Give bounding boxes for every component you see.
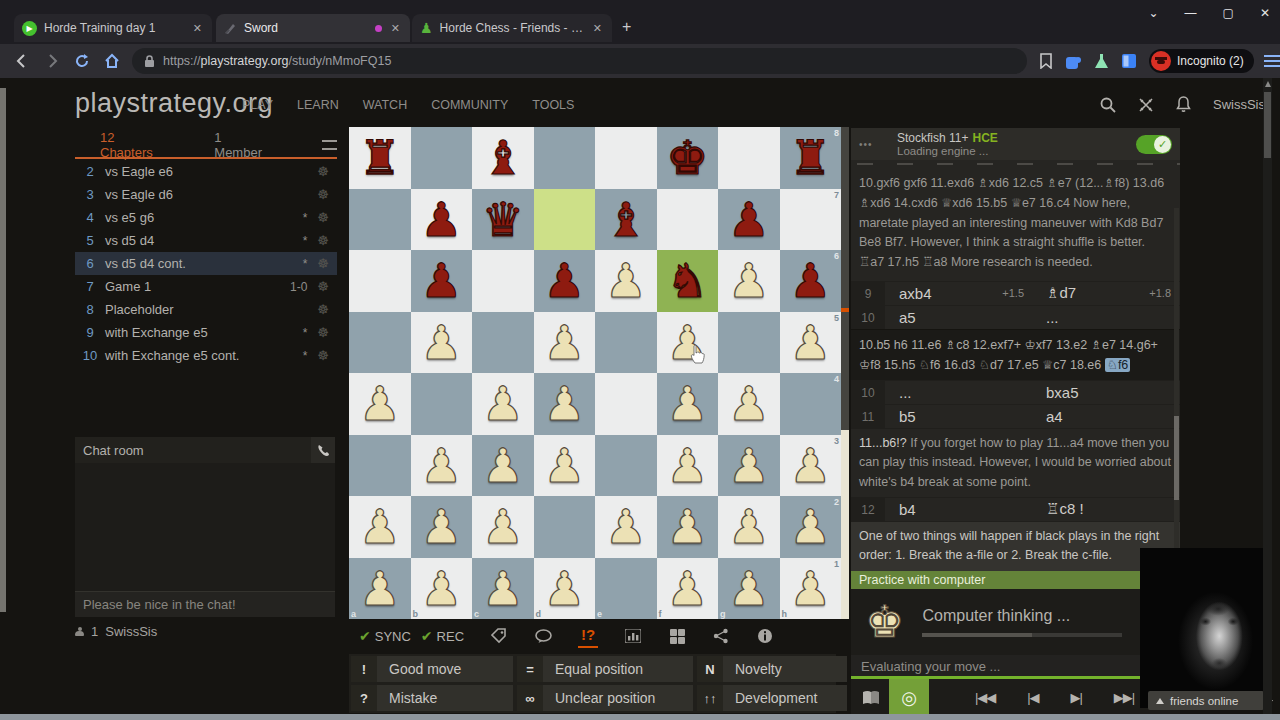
annotation-label: Mistake bbox=[377, 685, 513, 711]
square-f1[interactable]: f♟ bbox=[657, 558, 719, 620]
black-move[interactable]: ... bbox=[1032, 309, 1179, 326]
black-bishop[interactable]: ♝ bbox=[472, 127, 534, 189]
annotation-label: Good move bbox=[377, 656, 513, 682]
tab-chapters[interactable]: 12 Chapters bbox=[100, 130, 164, 160]
chapter-number: 3 bbox=[75, 187, 105, 202]
chapter-title: Placeholder bbox=[105, 302, 307, 317]
move-number: 10 bbox=[851, 306, 885, 329]
incognito-icon bbox=[1151, 51, 1171, 71]
square-h5[interactable]: 5♟ bbox=[780, 312, 842, 374]
file-label: e bbox=[597, 609, 602, 619]
square-f3[interactable]: ♟ bbox=[657, 435, 719, 497]
chat-room-panel: Chat room Please be nice in the chat! bbox=[75, 437, 335, 617]
boards-grid-button[interactable] bbox=[668, 627, 686, 645]
annotation-item[interactable]: NNovelty bbox=[697, 656, 847, 682]
gear-icon[interactable]: ☸ bbox=[317, 348, 329, 363]
square-f6[interactable]: ♞ bbox=[657, 250, 719, 312]
white-pawn[interactable]: ♟ bbox=[534, 373, 596, 435]
white-pawn[interactable]: ♟ bbox=[472, 373, 534, 435]
white-pawn[interactable]: ♟ bbox=[534, 435, 596, 497]
chapter-row[interactable]: 7Game 11-0☸ bbox=[75, 275, 337, 298]
white-pawn[interactable]: ♟ bbox=[718, 373, 780, 435]
active-tab-underline bbox=[75, 157, 337, 159]
annotation-item[interactable]: ↑↑Development bbox=[697, 685, 847, 711]
annotation-menu: !Good move?Mistake=Equal position∞Unclea… bbox=[349, 654, 836, 713]
white-pawn[interactable]: ♟ bbox=[472, 496, 534, 558]
study-sidebar-tabs: 12 Chapters 1 Member bbox=[75, 134, 337, 156]
main-nav: PLAY LEARN WATCH COMMUNITY TOOLS bbox=[242, 98, 574, 112]
chapter-number: 6 bbox=[75, 256, 105, 271]
move-row: 10a5... bbox=[851, 305, 1180, 329]
white-pawn[interactable]: ♟ bbox=[411, 312, 473, 374]
square-h8[interactable]: 8♜ bbox=[780, 127, 842, 189]
chapter-badge: * bbox=[303, 326, 308, 340]
square-d6[interactable]: ♟ bbox=[534, 250, 596, 312]
page-scrollbar-thumb[interactable] bbox=[1264, 92, 1271, 158]
tab-members[interactable]: 1 Member bbox=[214, 130, 267, 160]
white-pawn[interactable]: ♟ bbox=[657, 558, 719, 620]
lock-icon bbox=[144, 55, 155, 68]
square-e8[interactable] bbox=[595, 127, 657, 189]
square-g2[interactable]: ♟ bbox=[718, 496, 780, 558]
practice-banner[interactable]: Practice with computer bbox=[851, 571, 1180, 589]
white-pawn[interactable]: ♟ bbox=[718, 250, 780, 312]
phone-icon bbox=[317, 444, 330, 457]
square-a3[interactable] bbox=[349, 435, 411, 497]
annotation-label: Unclear position bbox=[543, 685, 693, 711]
square-c4[interactable]: ♟ bbox=[472, 373, 534, 435]
home-icon[interactable] bbox=[104, 53, 120, 69]
square-e6[interactable]: ♟ bbox=[595, 250, 657, 312]
browser-tab-1[interactable]: ▶ Horde Training day 1 ✕ bbox=[14, 14, 212, 42]
square-d1[interactable]: d♟ bbox=[534, 558, 596, 620]
flask-extension-icon[interactable] bbox=[1094, 53, 1109, 70]
gear-icon[interactable]: ☸ bbox=[317, 256, 329, 271]
comment-book-button[interactable] bbox=[861, 689, 881, 706]
engine-status: Loading engine ... bbox=[897, 145, 1136, 157]
new-tab-button[interactable]: + bbox=[622, 18, 631, 36]
hand-cursor-icon bbox=[688, 344, 706, 366]
square-d4[interactable]: ♟ bbox=[534, 373, 596, 435]
eval-value: +1.8 bbox=[1149, 287, 1171, 299]
chat-title: Chat room bbox=[83, 443, 313, 458]
annotation-column: =Equal position∞Unclear position bbox=[517, 656, 693, 711]
chapter-row[interactable]: 2vs Eagle e6☸ bbox=[75, 160, 337, 183]
square-h3[interactable]: 3♟ bbox=[780, 435, 842, 497]
notification-dot-icon bbox=[375, 25, 382, 32]
square-d3[interactable]: ♟ bbox=[534, 435, 596, 497]
play-icon: ▶ bbox=[22, 21, 37, 36]
white-pawn[interactable]: ♟ bbox=[657, 435, 719, 497]
square-d2[interactable] bbox=[534, 496, 596, 558]
annotation-glyph: ! bbox=[351, 656, 377, 682]
notifications-bell-icon[interactable] bbox=[1176, 96, 1191, 113]
computer-thinking-box: ♚ Computer thinking ... bbox=[851, 589, 1180, 655]
close-window-button[interactable]: ✕ bbox=[1260, 6, 1270, 20]
black-rook[interactable]: ♜ bbox=[780, 127, 842, 189]
friends-online-bar[interactable]: friends online bbox=[1148, 691, 1264, 710]
white-pawn[interactable]: ♟ bbox=[657, 373, 719, 435]
chapter-row[interactable]: 5vs d5 d4*☸ bbox=[75, 229, 337, 252]
chapter-title: vs Eagle e6 bbox=[105, 164, 307, 179]
annotation-label: Equal position bbox=[543, 656, 693, 682]
chapter-badge: 1-0 bbox=[290, 280, 307, 294]
white-move[interactable]: ... bbox=[885, 384, 1032, 401]
square-g7[interactable]: ♟ bbox=[718, 189, 780, 251]
square-d5[interactable]: ♟ bbox=[534, 312, 596, 374]
variation-line[interactable]: 10.b5 h6 11.e6 ♗c8 12.exf7+ ♔xf7 13.e2 ♗… bbox=[851, 329, 1180, 380]
chat-input[interactable]: Please be nice in the chat! bbox=[75, 591, 335, 617]
move-number: 10 bbox=[851, 381, 885, 404]
panel-scrollbar-thumb[interactable] bbox=[1174, 416, 1179, 500]
page-scrollbar-track[interactable] bbox=[1263, 78, 1272, 714]
black-pawn[interactable]: ♟ bbox=[718, 189, 780, 251]
annotation-label: Novelty bbox=[723, 656, 847, 682]
black-pawn[interactable]: ♟ bbox=[411, 189, 473, 251]
square-h6[interactable]: 6♟ bbox=[780, 250, 842, 312]
annotation-item[interactable]: ?Mistake bbox=[351, 685, 513, 711]
chapter-title: with Exchange e5 bbox=[105, 325, 303, 340]
reload-icon[interactable] bbox=[74, 53, 90, 69]
gear-icon[interactable]: ☸ bbox=[317, 302, 329, 317]
white-pawn[interactable]: ♟ bbox=[595, 496, 657, 558]
chapter-row[interactable]: 9with Exchange e5*☸ bbox=[75, 321, 337, 344]
webcam-video bbox=[1140, 548, 1266, 708]
user-menu: SwissSis bbox=[1100, 96, 1265, 113]
square-a5[interactable] bbox=[349, 312, 411, 374]
member-count: 1 bbox=[91, 624, 98, 639]
tags-button[interactable] bbox=[490, 627, 508, 645]
white-king-icon: ♚ bbox=[865, 597, 904, 647]
nav-learn[interactable]: LEARN bbox=[297, 98, 339, 112]
white-pawn[interactable]: ♟ bbox=[411, 496, 473, 558]
evaluating-label: Evaluating your move ... bbox=[851, 655, 1180, 679]
board-toolbar: ✔SYNC ✔REC !? bbox=[349, 620, 841, 652]
engine-header: ••• Stockfish 11+HCE Loading engine ... bbox=[851, 128, 1180, 160]
left-scrollbar[interactable] bbox=[0, 88, 6, 612]
square-c2[interactable]: ♟ bbox=[472, 496, 534, 558]
black-move[interactable]: ♖c8 ! bbox=[1032, 500, 1179, 518]
sync-toggle[interactable]: ✔SYNC bbox=[359, 628, 411, 644]
move-row: 9axb4+1.5♗d7+1.8 bbox=[851, 281, 1180, 305]
white-pawn[interactable]: ♟ bbox=[595, 250, 657, 312]
bookmark-icon[interactable] bbox=[1039, 53, 1053, 69]
eval-gauge-tick bbox=[841, 308, 849, 312]
sword-icon bbox=[224, 22, 237, 35]
square-h2[interactable]: 2♟ bbox=[780, 496, 842, 558]
square-c3[interactable]: ♟ bbox=[472, 435, 534, 497]
study-menu-icon[interactable] bbox=[322, 140, 337, 150]
gear-icon[interactable]: ☸ bbox=[317, 210, 329, 225]
square-a4[interactable]: ♟ bbox=[349, 373, 411, 435]
annotation-column: NNovelty↑↑Development bbox=[697, 656, 847, 711]
chapter-title: vs Eagle d6 bbox=[105, 187, 307, 202]
gear-icon[interactable]: ☸ bbox=[317, 233, 329, 248]
sidebar-extension-icon[interactable] bbox=[1121, 53, 1137, 69]
incognito-label: Incognito (2) bbox=[1177, 54, 1244, 68]
engine-titles: Stockfish 11+HCE Loading engine ... bbox=[897, 131, 1136, 157]
extensions-puzzle-icon[interactable] bbox=[1065, 53, 1082, 70]
chapter-badge: * bbox=[303, 234, 308, 248]
square-d7[interactable] bbox=[534, 189, 596, 251]
black-rook[interactable]: ♜ bbox=[349, 127, 411, 189]
rank-label: 4 bbox=[834, 374, 839, 384]
share-button[interactable] bbox=[712, 627, 730, 645]
current-move[interactable]: ♘f6 bbox=[1105, 358, 1131, 372]
bottom-edge-strip bbox=[0, 714, 1280, 720]
close-tab-icon[interactable]: ✕ bbox=[591, 22, 604, 35]
black-queen[interactable]: ♛ bbox=[472, 189, 534, 251]
chapter-row[interactable]: 3vs Eagle d6☸ bbox=[75, 183, 337, 206]
square-e7[interactable]: ♝ bbox=[595, 189, 657, 251]
first-move-button[interactable]: |◀◀ bbox=[975, 690, 995, 705]
square-f7[interactable] bbox=[657, 189, 719, 251]
nav-community[interactable]: COMMUNITY bbox=[431, 98, 508, 112]
search-icon[interactable] bbox=[1100, 97, 1116, 113]
prev-move-button[interactable]: |◀ bbox=[1027, 690, 1038, 705]
gear-icon[interactable]: ☸ bbox=[317, 164, 329, 179]
square-g3[interactable]: ♟ bbox=[718, 435, 780, 497]
square-g1[interactable]: g♟ bbox=[718, 558, 780, 620]
challenges-swords-icon[interactable] bbox=[1138, 97, 1154, 113]
nav-play[interactable]: PLAY bbox=[242, 98, 273, 112]
move-list: 9axb4+1.5♗d7+1.810a5...10.b5 h6 11.e6 ♗c… bbox=[851, 281, 1180, 571]
square-b4[interactable] bbox=[411, 373, 473, 435]
chart-button[interactable] bbox=[624, 627, 642, 645]
square-b1[interactable]: b♟ bbox=[411, 558, 473, 620]
square-a6[interactable] bbox=[349, 250, 411, 312]
engine-toggle[interactable] bbox=[1136, 135, 1172, 154]
black-move[interactable]: bxa5 bbox=[1032, 384, 1179, 401]
rec-toggle[interactable]: ✔REC bbox=[421, 628, 464, 644]
square-g6[interactable]: ♟ bbox=[718, 250, 780, 312]
white-pawn[interactable]: ♟ bbox=[780, 496, 842, 558]
chapter-title: with Exchange e5 cont. bbox=[105, 348, 303, 363]
black-bishop[interactable]: ♝ bbox=[595, 189, 657, 251]
study-controls: ◎ |◀◀ |◀ ▶| ▶▶| bbox=[851, 679, 1180, 717]
friends-online-label: friends online bbox=[1170, 695, 1238, 707]
black-pawn[interactable]: ♟ bbox=[534, 250, 596, 312]
square-b6[interactable]: ♟ bbox=[411, 250, 473, 312]
white-pawn[interactable]: ♟ bbox=[780, 312, 842, 374]
forward-icon[interactable] bbox=[44, 53, 60, 69]
thinking-progress bbox=[922, 633, 1122, 637]
white-pawn[interactable]: ♟ bbox=[411, 558, 473, 620]
nav-watch[interactable]: WATCH bbox=[363, 98, 407, 112]
annotation-glyph: N bbox=[697, 656, 723, 682]
black-move[interactable]: a4 bbox=[1032, 408, 1179, 425]
comment-button[interactable] bbox=[534, 627, 552, 645]
tab-search-chevron-icon[interactable]: ⌄ bbox=[1149, 6, 1159, 20]
annotation-glyphs-button[interactable]: !? bbox=[578, 624, 598, 648]
square-a1[interactable]: a♟ bbox=[349, 558, 411, 620]
square-b2[interactable]: ♟ bbox=[411, 496, 473, 558]
square-c8[interactable]: ♝ bbox=[472, 127, 534, 189]
square-b5[interactable]: ♟ bbox=[411, 312, 473, 374]
pawn-icon: ♟ bbox=[420, 21, 433, 36]
white-move[interactable]: b4 bbox=[885, 501, 1032, 518]
chapter-number: 9 bbox=[75, 325, 105, 340]
address-bar[interactable]: https://playstrategy.org/study/nMmoFQ15 bbox=[132, 48, 1027, 74]
white-move[interactable]: b5 bbox=[885, 408, 1032, 425]
chapter-row[interactable]: 10with Exchange e5 cont.*☸ bbox=[75, 344, 337, 367]
chapter-title: vs d5 d4 bbox=[105, 233, 303, 248]
check-icon: ✔ bbox=[359, 628, 371, 644]
square-d8[interactable] bbox=[534, 127, 596, 189]
gear-icon[interactable]: ☸ bbox=[317, 279, 329, 294]
chapter-row[interactable]: 6vs d5 d4 cont.*☸ bbox=[75, 252, 337, 275]
square-b7[interactable]: ♟ bbox=[411, 189, 473, 251]
square-f8[interactable]: ♚ bbox=[657, 127, 719, 189]
clipped-scrolled-line bbox=[851, 160, 1180, 169]
white-pawn[interactable]: ♟ bbox=[411, 435, 473, 497]
square-a8[interactable]: ♜ bbox=[349, 127, 411, 189]
move-number: 12 bbox=[851, 498, 885, 521]
engine-name: Stockfish 11+ bbox=[897, 131, 968, 145]
white-pawn[interactable]: ♟ bbox=[349, 496, 411, 558]
browser-toolbar: https://playstrategy.org/study/nMmoFQ15 … bbox=[0, 44, 1280, 78]
square-a2[interactable]: ♟ bbox=[349, 496, 411, 558]
white-move[interactable]: a5 bbox=[885, 309, 1032, 326]
black-knight[interactable]: ♞ bbox=[657, 250, 719, 312]
chapter-badge: * bbox=[303, 257, 308, 271]
chapter-title: vs d5 d4 cont. bbox=[105, 256, 303, 271]
voice-chat-button[interactable] bbox=[311, 437, 335, 463]
square-g4[interactable]: ♟ bbox=[718, 373, 780, 435]
close-tab-icon[interactable]: ✕ bbox=[389, 22, 402, 35]
engine-menu-icon[interactable]: ••• bbox=[859, 139, 897, 150]
square-c5[interactable] bbox=[472, 312, 534, 374]
analysis-intro-comment: 10.gxf6 gxf6 11.exd6 ♗xd6 12.c5 ♗e7 (12.… bbox=[851, 169, 1180, 281]
square-f4[interactable]: ♟ bbox=[657, 373, 719, 435]
annotation-item[interactable]: !Good move bbox=[351, 656, 513, 682]
square-c1[interactable]: c♟ bbox=[472, 558, 534, 620]
white-pawn[interactable]: ♟ bbox=[349, 558, 411, 620]
back-icon[interactable] bbox=[14, 53, 30, 69]
member-name[interactable]: SwissSis bbox=[105, 624, 157, 639]
move-row: 11b5a4 bbox=[851, 404, 1180, 428]
chapter-title: Game 1 bbox=[105, 279, 290, 294]
move-number: 9 bbox=[851, 282, 885, 305]
chess-board[interactable]: ♜♝♚8♜♟♛♝♟7♟♟♟♞♟6♟♟♟♟5♟♟♟♟♟♟4♟♟♟♟♟3♟♟♟♟♟♟… bbox=[349, 127, 841, 619]
browser-tabstrip: ▶ Horde Training day 1 ✕ Sword ✕ ♟ Horde… bbox=[0, 0, 1280, 44]
annotation-glyph: ↑↑ bbox=[697, 685, 723, 711]
chapter-row[interactable]: 8Placeholder☸ bbox=[75, 298, 337, 321]
move-comment: One of two things will happen if black p… bbox=[851, 521, 1180, 571]
minimize-button[interactable]: — bbox=[1185, 6, 1197, 20]
square-e1[interactable]: e bbox=[595, 558, 657, 620]
annotation-item[interactable]: ∞Unclear position bbox=[517, 685, 693, 711]
chapter-row[interactable]: 4vs e5 g6*☸ bbox=[75, 206, 337, 229]
browser-tab-2[interactable]: Sword ✕ bbox=[216, 14, 410, 42]
black-move[interactable]: ♗d7+1.8 bbox=[1032, 284, 1179, 302]
square-e3[interactable] bbox=[595, 435, 657, 497]
annotation-glyph: = bbox=[517, 656, 543, 682]
annotation-label: Development bbox=[723, 685, 847, 711]
tab-title: Sword bbox=[244, 21, 368, 35]
annotation-item[interactable]: =Equal position bbox=[517, 656, 693, 682]
next-move-button[interactable]: ▶| bbox=[1070, 690, 1081, 705]
square-f2[interactable]: ♟ bbox=[657, 496, 719, 558]
spectators-line: 1 SwissSis bbox=[75, 624, 157, 639]
practice-target-button[interactable]: ◎ bbox=[889, 679, 929, 717]
square-h1[interactable]: 1h♟ bbox=[780, 558, 842, 620]
white-pawn[interactable]: ♟ bbox=[472, 435, 534, 497]
incognito-badge[interactable]: Incognito (2) bbox=[1149, 49, 1254, 73]
chapter-list: 2vs Eagle e6☸3vs Eagle d6☸4vs e5 g6*☸5vs… bbox=[75, 160, 337, 367]
analysis-panel: ••• Stockfish 11+HCE Loading engine ... … bbox=[851, 128, 1180, 717]
maximize-button[interactable]: ▢ bbox=[1223, 6, 1234, 20]
last-move-button[interactable]: ▶▶| bbox=[1114, 690, 1134, 705]
comment-move-ref[interactable]: 11...b6!? bbox=[859, 436, 907, 450]
square-c7[interactable]: ♛ bbox=[472, 189, 534, 251]
black-pawn[interactable]: ♟ bbox=[411, 250, 473, 312]
square-b8[interactable] bbox=[411, 127, 473, 189]
check-icon: ✔ bbox=[421, 628, 433, 644]
white-pawn[interactable]: ♟ bbox=[718, 496, 780, 558]
site-page: playstrategy.org PLAY LEARN WATCH COMMUN… bbox=[0, 78, 1280, 714]
expand-up-icon bbox=[1156, 698, 1164, 704]
browser-tab-3[interactable]: ♟ Horde Chess - Friends - Play Ch ✕ bbox=[412, 14, 612, 42]
eval-gauge bbox=[841, 127, 849, 619]
chat-header: Chat room bbox=[75, 437, 335, 463]
username[interactable]: SwissSis bbox=[1213, 97, 1265, 112]
white-pawn[interactable]: ♟ bbox=[534, 558, 596, 620]
white-pawn[interactable]: ♟ bbox=[780, 558, 842, 620]
gear-icon[interactable]: ☸ bbox=[317, 187, 329, 202]
annotation-glyph: ∞ bbox=[517, 685, 543, 711]
move-row: 10...bxa5 bbox=[851, 380, 1180, 404]
white-pawn[interactable]: ♟ bbox=[780, 435, 842, 497]
member-icon bbox=[75, 627, 84, 637]
browser-menu-icon[interactable] bbox=[1264, 55, 1280, 67]
square-g8[interactable] bbox=[718, 127, 780, 189]
chapter-badge: * bbox=[303, 349, 308, 363]
annotation-glyph: ? bbox=[351, 685, 377, 711]
white-pawn[interactable]: ♟ bbox=[718, 435, 780, 497]
scroll-up-arrow-icon[interactable] bbox=[1265, 81, 1271, 87]
black-king[interactable]: ♚ bbox=[657, 127, 719, 189]
white-pawn[interactable]: ♟ bbox=[349, 373, 411, 435]
gear-icon[interactable]: ☸ bbox=[317, 325, 329, 340]
white-pawn[interactable]: ♟ bbox=[534, 312, 596, 374]
close-tab-icon[interactable]: ✕ bbox=[191, 22, 204, 35]
rank-label: 7 bbox=[834, 190, 839, 200]
square-g5[interactable] bbox=[718, 312, 780, 374]
black-pawn[interactable]: ♟ bbox=[780, 250, 842, 312]
square-e4[interactable] bbox=[595, 373, 657, 435]
square-h4[interactable]: 4 bbox=[780, 373, 842, 435]
white-pawn[interactable]: ♟ bbox=[472, 558, 534, 620]
annotation-column: !Good move?Mistake bbox=[351, 656, 513, 711]
white-pawn[interactable]: ♟ bbox=[718, 558, 780, 620]
url-text: https://playstrategy.org/study/nMmoFQ15 bbox=[163, 54, 391, 68]
eval-value: +1.5 bbox=[1002, 287, 1024, 299]
move-row: 12b4♖c8 ! bbox=[851, 497, 1180, 521]
white-move[interactable]: axb4+1.5 bbox=[885, 285, 1032, 302]
chapter-number: 7 bbox=[75, 279, 105, 294]
square-h7[interactable]: 7 bbox=[780, 189, 842, 251]
square-c6[interactable] bbox=[472, 250, 534, 312]
square-e2[interactable]: ♟ bbox=[595, 496, 657, 558]
info-button[interactable] bbox=[756, 627, 774, 645]
square-a7[interactable] bbox=[349, 189, 411, 251]
white-pawn[interactable]: ♟ bbox=[657, 496, 719, 558]
nav-tools[interactable]: TOOLS bbox=[532, 98, 574, 112]
square-e5[interactable] bbox=[595, 312, 657, 374]
chapter-number: 8 bbox=[75, 302, 105, 317]
square-b3[interactable]: ♟ bbox=[411, 435, 473, 497]
